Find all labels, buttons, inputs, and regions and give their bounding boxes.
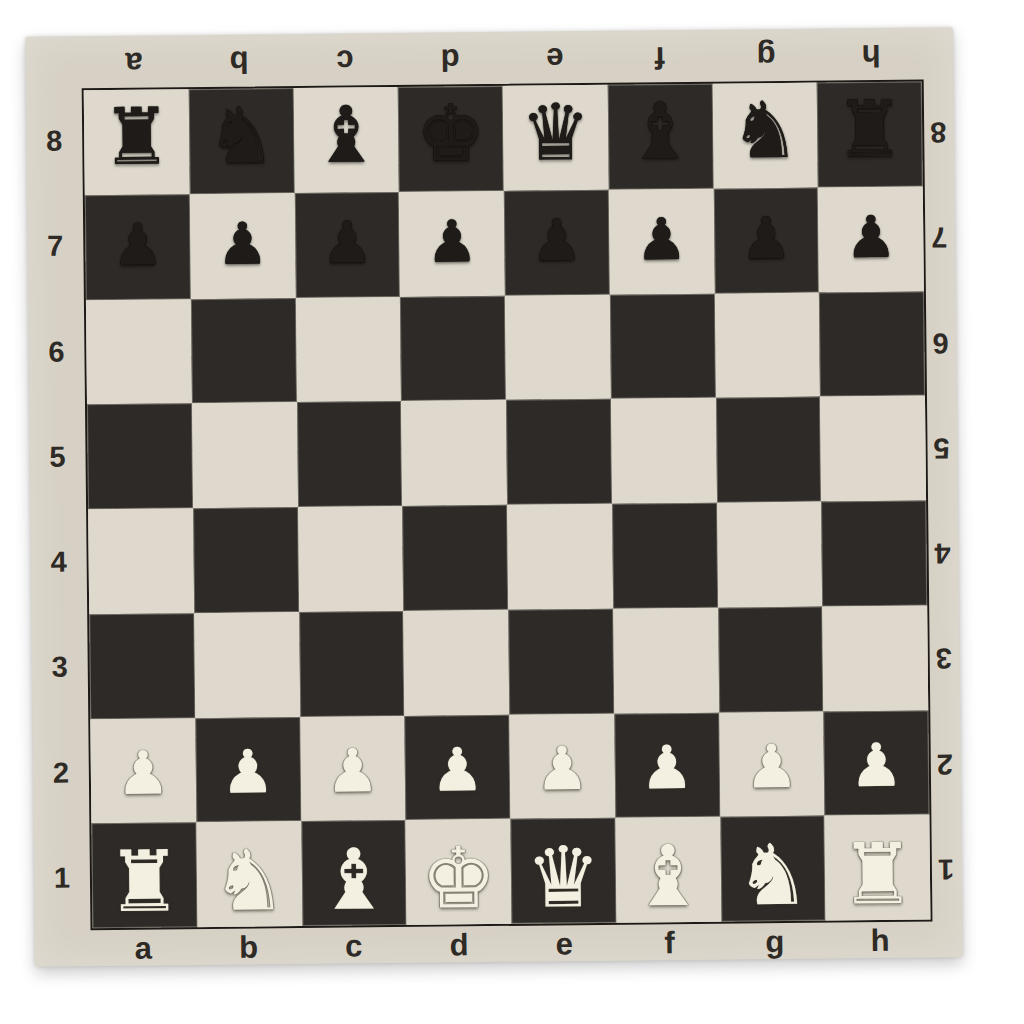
square-h4[interactable] [821,500,927,606]
square-c4[interactable] [298,506,404,612]
file-labels-bottom: abcdefgh [91,921,933,968]
square-b4[interactable] [193,507,299,613]
square-c3[interactable] [299,611,405,717]
coord-label: 5 [34,404,81,510]
black-rook-a8[interactable]: ♜ [101,98,172,177]
square-d4[interactable] [402,505,508,611]
coord-label: 2 [37,720,84,826]
square-a2[interactable]: ♟ [90,718,196,824]
square-d8[interactable]: ♚ [398,86,504,192]
coord-label: e [511,925,617,964]
square-h5[interactable] [820,396,926,502]
photo-background: abcdefgh 87654321 ♜♞♝♚♛♝♞♜♟♟♟♟♟♟♟♟♟♟♟♟♟♟… [0,0,1024,1024]
square-g7[interactable]: ♟ [713,187,819,293]
coord-label: c [292,38,398,83]
coord-label: 2 [930,711,959,817]
black-knight-g8[interactable]: ♞ [730,91,801,170]
coord-label: a [81,40,187,85]
black-queen-e8[interactable]: ♛ [520,93,591,172]
square-f7[interactable]: ♟ [609,188,715,294]
square-f3[interactable] [613,607,719,713]
square-a8[interactable]: ♜ [84,89,190,195]
coord-label: 6 [926,290,955,396]
white-queen-e1[interactable]: ♛ [525,835,601,920]
square-f6[interactable] [610,293,716,399]
square-e2[interactable]: ♟ [509,713,615,819]
square-e6[interactable] [505,294,611,400]
square-b8[interactable]: ♞ [188,88,294,194]
square-c7[interactable]: ♟ [294,192,400,298]
square-f5[interactable] [611,398,717,504]
black-pawn-f7[interactable]: ♟ [635,210,688,269]
square-a6[interactable] [86,299,192,405]
white-pawn-g2[interactable]: ♟ [744,736,798,797]
square-d5[interactable] [401,400,507,506]
coord-label: c [301,927,407,966]
coord-label: b [196,928,302,967]
chessboard-mat: abcdefgh 87654321 ♜♞♝♚♛♝♞♜♟♟♟♟♟♟♟♟♟♟♟♟♟♟… [25,27,963,967]
square-b6[interactable] [191,298,297,404]
black-pawn-g7[interactable]: ♟ [740,209,793,268]
coord-label: 1 [931,816,960,922]
square-g4[interactable] [717,502,823,608]
square-g1[interactable]: ♞ [720,816,826,922]
coord-label: 7 [32,194,79,300]
square-h6[interactable] [819,291,925,397]
file-labels-top: abcdefgh [81,32,923,85]
chess-board: ♜♞♝♚♛♝♞♜♟♟♟♟♟♟♟♟♟♟♟♟♟♟♟♟♜♞♝♚♛♝♞♜ [82,79,933,930]
square-c8[interactable]: ♝ [293,87,399,193]
rank-labels-left: 87654321 [31,88,86,930]
square-e8[interactable]: ♛ [503,85,609,191]
square-h7[interactable]: ♟ [818,186,924,292]
black-knight-b8[interactable]: ♞ [206,97,277,176]
black-pawn-e7[interactable]: ♟ [530,211,583,270]
coord-label: 4 [928,500,957,606]
square-h8[interactable]: ♜ [817,81,923,187]
black-bishop-f8[interactable]: ♝ [625,92,696,171]
coord-label: h [818,32,924,77]
square-a5[interactable] [87,403,193,509]
black-pawn-c7[interactable]: ♟ [321,213,374,272]
white-knight-b1[interactable]: ♞ [211,838,287,923]
square-f2[interactable]: ♟ [614,712,720,818]
coord-label: 1 [38,825,85,931]
coord-label: e [502,36,608,81]
square-c6[interactable] [295,296,401,402]
black-pawn-a7[interactable]: ♟ [111,216,164,275]
square-f8[interactable]: ♝ [607,84,713,190]
square-g3[interactable] [718,606,824,712]
square-d1[interactable]: ♚ [406,819,512,925]
square-h2[interactable]: ♟ [824,710,930,816]
square-b1[interactable]: ♞ [196,821,302,927]
white-knight-g1[interactable]: ♞ [735,832,811,917]
square-g2[interactable]: ♟ [719,711,825,817]
black-pawn-b7[interactable]: ♟ [216,214,269,273]
coord-label: g [722,923,828,962]
black-bishop-c8[interactable]: ♝ [311,96,382,175]
square-a1[interactable]: ♜ [91,822,197,928]
coord-label: 8 [31,88,78,194]
coord-label: h [827,921,933,960]
white-bishop-c1[interactable]: ♝ [316,837,392,922]
square-h1[interactable]: ♜ [825,815,931,921]
white-rook-a1[interactable]: ♜ [106,839,182,924]
square-c2[interactable]: ♟ [300,715,406,821]
square-c5[interactable] [296,401,402,507]
square-e5[interactable] [506,399,612,505]
square-b3[interactable] [194,612,300,718]
black-king-d8[interactable]: ♚ [415,94,486,173]
square-b2[interactable]: ♟ [195,717,301,823]
coord-label: f [617,924,723,963]
coord-label: 5 [927,395,956,501]
square-e3[interactable] [508,609,614,715]
square-b5[interactable] [192,402,298,508]
coord-label: f [607,35,713,80]
square-f4[interactable] [612,503,718,609]
coord-label: 3 [36,615,83,721]
square-e7[interactable]: ♟ [504,190,610,296]
square-a7[interactable]: ♟ [85,194,191,300]
black-pawn-h7[interactable]: ♟ [845,208,898,267]
coord-label: 8 [924,79,953,185]
coord-label: d [406,926,512,965]
square-d7[interactable]: ♟ [399,191,505,297]
white-rook-h1[interactable]: ♜ [839,831,915,916]
black-rook-h8[interactable]: ♜ [834,90,905,169]
coord-label: 3 [929,605,958,711]
black-pawn-d7[interactable]: ♟ [426,212,479,271]
square-c1[interactable]: ♝ [301,820,407,926]
square-g6[interactable] [714,292,820,398]
white-pawn-d2[interactable]: ♟ [430,739,484,800]
square-g8[interactable]: ♞ [712,83,818,189]
square-e4[interactable] [507,504,613,610]
white-pawn-b2[interactable]: ♟ [221,741,275,802]
square-g5[interactable] [715,397,821,503]
white-pawn-h2[interactable]: ♟ [849,735,903,796]
square-d3[interactable] [403,610,509,716]
square-d2[interactable]: ♟ [405,714,511,820]
coord-label: 7 [925,184,954,290]
coord-label: a [91,929,197,968]
square-e1[interactable]: ♛ [510,818,616,924]
white-king-d1[interactable]: ♚ [421,836,497,921]
white-pawn-a2[interactable]: ♟ [116,742,170,803]
white-pawn-c2[interactable]: ♟ [326,740,380,801]
coord-label: 6 [33,299,80,405]
square-a3[interactable] [89,613,195,719]
coord-label: b [186,39,292,84]
white-pawn-e2[interactable]: ♟ [535,738,589,799]
square-f1[interactable]: ♝ [615,817,721,923]
square-a4[interactable] [88,508,194,614]
square-h3[interactable] [822,605,928,711]
square-d6[interactable] [400,295,506,401]
coord-label: g [713,34,819,79]
square-b7[interactable]: ♟ [190,193,296,299]
white-bishop-f1[interactable]: ♝ [630,833,706,918]
white-pawn-f2[interactable]: ♟ [640,737,694,798]
coord-label: 4 [35,509,82,615]
coord-label: d [397,37,503,82]
